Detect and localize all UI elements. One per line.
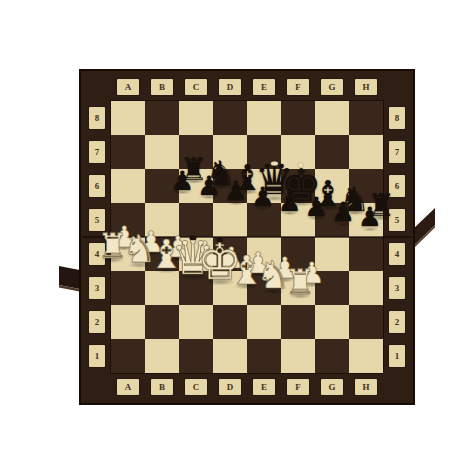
square-b8 — [145, 101, 179, 135]
file-label-b-far: B — [151, 79, 173, 95]
file-label-d-far: D — [219, 79, 241, 95]
square-d1 — [213, 339, 247, 373]
rank-label-6-left: 6 — [89, 175, 105, 197]
square-a7 — [111, 135, 145, 169]
square-c1 — [179, 339, 213, 373]
square-h2 — [349, 305, 383, 339]
file-label-c-far: C — [185, 79, 207, 95]
file-label-a-far: A — [117, 79, 139, 95]
square-h4 — [349, 237, 383, 271]
square-c3 — [179, 271, 213, 305]
square-b6 — [145, 169, 179, 203]
square-d8 — [213, 101, 247, 135]
square-c6 — [179, 169, 213, 203]
square-g3 — [315, 271, 349, 305]
square-f3 — [281, 271, 315, 305]
rank-label-8-left: 8 — [89, 107, 105, 129]
square-c4 — [179, 237, 213, 271]
square-b2 — [145, 305, 179, 339]
square-d4 — [213, 237, 247, 271]
square-d6 — [213, 169, 247, 203]
square-e4 — [247, 237, 281, 271]
file-label-d-near: D — [219, 379, 241, 395]
square-f7 — [281, 135, 315, 169]
square-h8 — [349, 101, 383, 135]
photo-background: AABBCCDDEEFFGGHH8877665544332211 ♜♞♝♟♛♟♚… — [0, 0, 473, 473]
square-e8 — [247, 101, 281, 135]
rank-label-3-left: 3 — [89, 277, 105, 299]
file-label-e-near: E — [253, 379, 275, 395]
square-a3 — [111, 271, 145, 305]
rank-label-8-right: 8 — [389, 107, 405, 129]
square-b4 — [145, 237, 179, 271]
square-a6 — [111, 169, 145, 203]
rank-label-5-right: 5 — [389, 209, 405, 231]
square-c5 — [179, 203, 213, 237]
rank-label-5-left: 5 — [89, 209, 105, 231]
square-g4 — [315, 237, 349, 271]
rank-label-7-right: 7 — [389, 141, 405, 163]
square-a1 — [111, 339, 145, 373]
square-e1 — [247, 339, 281, 373]
square-a4 — [111, 237, 145, 271]
file-label-e-far: E — [253, 79, 275, 95]
square-f5 — [281, 203, 315, 237]
square-g6 — [315, 169, 349, 203]
square-a8 — [111, 101, 145, 135]
rank-label-2-right: 2 — [389, 311, 405, 333]
square-h5 — [349, 203, 383, 237]
square-g2 — [315, 305, 349, 339]
square-b1 — [145, 339, 179, 373]
square-b7 — [145, 135, 179, 169]
rank-label-6-right: 6 — [389, 175, 405, 197]
square-c7 — [179, 135, 213, 169]
square-d5 — [213, 203, 247, 237]
square-a2 — [111, 305, 145, 339]
square-e7 — [247, 135, 281, 169]
square-c8 — [179, 101, 213, 135]
square-f1 — [281, 339, 315, 373]
square-f4 — [281, 237, 315, 271]
rank-label-1-left: 1 — [89, 345, 105, 367]
file-label-h-far: H — [355, 79, 377, 95]
square-f8 — [281, 101, 315, 135]
file-label-c-near: C — [185, 379, 207, 395]
file-label-f-near: F — [287, 379, 309, 395]
square-g1 — [315, 339, 349, 373]
square-d3 — [213, 271, 247, 305]
square-e5 — [247, 203, 281, 237]
rank-label-4-left: 4 — [89, 243, 105, 265]
square-f6 — [281, 169, 315, 203]
square-h3 — [349, 271, 383, 305]
square-e3 — [247, 271, 281, 305]
square-d2 — [213, 305, 247, 339]
file-label-g-far: G — [321, 79, 343, 95]
file-label-a-near: A — [117, 379, 139, 395]
square-a5 — [111, 203, 145, 237]
square-g7 — [315, 135, 349, 169]
square-e2 — [247, 305, 281, 339]
square-h6 — [349, 169, 383, 203]
square-f2 — [281, 305, 315, 339]
rank-label-2-left: 2 — [89, 311, 105, 333]
file-label-h-near: H — [355, 379, 377, 395]
square-g8 — [315, 101, 349, 135]
square-g5 — [315, 203, 349, 237]
fold-seam — [82, 236, 412, 238]
square-d7 — [213, 135, 247, 169]
rank-label-3-right: 3 — [389, 277, 405, 299]
square-e6 — [247, 169, 281, 203]
chess-board: AABBCCDDEEFFGGHH8877665544332211 — [81, 71, 413, 403]
square-c2 — [179, 305, 213, 339]
square-h7 — [349, 135, 383, 169]
file-label-g-near: G — [321, 379, 343, 395]
square-b3 — [145, 271, 179, 305]
square-b5 — [145, 203, 179, 237]
rank-label-4-right: 4 — [389, 243, 405, 265]
rank-label-7-left: 7 — [89, 141, 105, 163]
square-h1 — [349, 339, 383, 373]
file-label-b-near: B — [151, 379, 173, 395]
file-label-f-far: F — [287, 79, 309, 95]
rank-label-1-right: 1 — [389, 345, 405, 367]
